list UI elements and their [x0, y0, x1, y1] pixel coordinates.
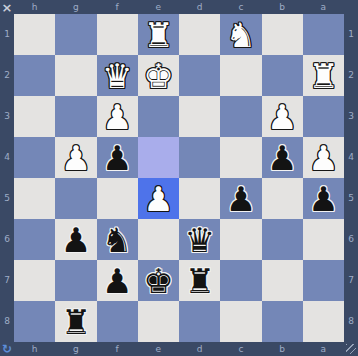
square-b5[interactable] — [262, 178, 303, 219]
square-f1[interactable] — [97, 14, 138, 55]
square-a2[interactable]: ♜ — [303, 55, 344, 96]
rank-label-2: 2 — [344, 55, 358, 96]
square-g8[interactable]: ♜ — [55, 301, 96, 342]
square-h6[interactable] — [14, 219, 55, 260]
square-h8[interactable] — [14, 301, 55, 342]
file-label-d: d — [179, 0, 220, 14]
square-e3[interactable] — [138, 96, 179, 137]
square-c1[interactable]: ♞ — [220, 14, 261, 55]
square-c7[interactable] — [220, 260, 261, 301]
square-e7[interactable]: ♚ — [138, 260, 179, 301]
square-c6[interactable] — [220, 219, 261, 260]
square-c8[interactable] — [220, 301, 261, 342]
rank-label-7: 7 — [0, 260, 14, 301]
square-g4[interactable]: ♟ — [55, 137, 96, 178]
black-queen[interactable]: ♛ — [184, 223, 214, 257]
resize-lines — [346, 344, 356, 354]
file-label-c: c — [220, 342, 261, 356]
white-queen[interactable]: ♛ — [102, 59, 132, 93]
flip-board-icon[interactable]: ↻ — [0, 342, 14, 356]
square-d3[interactable] — [179, 96, 220, 137]
square-g1[interactable] — [55, 14, 96, 55]
file-labels-top: hgfedcba — [14, 0, 344, 14]
square-g5[interactable] — [55, 178, 96, 219]
square-c4[interactable] — [220, 137, 261, 178]
square-g3[interactable] — [55, 96, 96, 137]
white-pawn[interactable]: ♟ — [102, 100, 132, 134]
square-d4[interactable] — [179, 137, 220, 178]
square-b7[interactable] — [262, 260, 303, 301]
square-c5[interactable]: ♟ — [220, 178, 261, 219]
file-label-f: f — [97, 0, 138, 14]
square-f6[interactable]: ♞ — [97, 219, 138, 260]
white-knight[interactable]: ♞ — [226, 18, 256, 52]
square-a4[interactable]: ♟ — [303, 137, 344, 178]
square-h2[interactable] — [14, 55, 55, 96]
white-pawn[interactable]: ♟ — [308, 141, 338, 175]
black-pawn[interactable]: ♟ — [61, 223, 91, 257]
file-labels-bottom: hgfedcba — [14, 342, 344, 356]
square-g2[interactable] — [55, 55, 96, 96]
rank-label-3: 3 — [0, 96, 14, 137]
file-label-h: h — [14, 0, 55, 14]
black-pawn[interactable]: ♟ — [267, 141, 297, 175]
black-knight[interactable]: ♞ — [102, 223, 132, 257]
rank-label-4: 4 — [0, 137, 14, 178]
square-h5[interactable] — [14, 178, 55, 219]
square-h1[interactable] — [14, 14, 55, 55]
black-pawn[interactable]: ♟ — [102, 141, 132, 175]
square-f2[interactable]: ♛ — [97, 55, 138, 96]
square-c2[interactable] — [220, 55, 261, 96]
square-a8[interactable] — [303, 301, 344, 342]
square-d8[interactable] — [179, 301, 220, 342]
square-d7[interactable]: ♜ — [179, 260, 220, 301]
white-pawn[interactable]: ♟ — [61, 141, 91, 175]
square-b6[interactable] — [262, 219, 303, 260]
rank-label-7: 7 — [344, 260, 358, 301]
black-rook[interactable]: ♜ — [61, 305, 91, 339]
rank-label-6: 6 — [0, 219, 14, 260]
white-rook[interactable]: ♜ — [143, 18, 173, 52]
rank-labels-left: 12345678 — [0, 14, 14, 342]
square-f7[interactable]: ♟ — [97, 260, 138, 301]
square-h3[interactable] — [14, 96, 55, 137]
file-label-h: h — [14, 342, 55, 356]
black-rook[interactable]: ♜ — [184, 264, 214, 298]
file-label-g: g — [55, 342, 96, 356]
file-label-g: g — [55, 0, 96, 14]
square-c3[interactable] — [220, 96, 261, 137]
resize-handle-icon[interactable] — [344, 342, 358, 356]
square-d2[interactable] — [179, 55, 220, 96]
file-label-a: a — [303, 342, 344, 356]
white-pawn[interactable]: ♟ — [267, 100, 297, 134]
black-king[interactable]: ♚ — [143, 264, 173, 298]
file-label-f: f — [97, 342, 138, 356]
white-king[interactable]: ♚ — [143, 59, 173, 93]
file-label-e: e — [138, 342, 179, 356]
square-b2[interactable] — [262, 55, 303, 96]
file-label-a: a — [303, 0, 344, 14]
rank-labels-right: 12345678 — [344, 14, 358, 342]
rank-label-8: 8 — [0, 301, 14, 342]
square-d1[interactable] — [179, 14, 220, 55]
square-f5[interactable] — [97, 178, 138, 219]
square-d5[interactable] — [179, 178, 220, 219]
square-h4[interactable] — [14, 137, 55, 178]
square-e2[interactable]: ♚ — [138, 55, 179, 96]
black-pawn[interactable]: ♟ — [226, 182, 256, 216]
square-b4[interactable]: ♟ — [262, 137, 303, 178]
rank-label-1: 1 — [0, 14, 14, 55]
square-f8[interactable] — [97, 301, 138, 342]
square-a1[interactable] — [303, 14, 344, 55]
file-label-b: b — [262, 342, 303, 356]
white-rook[interactable]: ♜ — [308, 59, 338, 93]
square-a3[interactable] — [303, 96, 344, 137]
square-b8[interactable] — [262, 301, 303, 342]
rank-label-5: 5 — [344, 178, 358, 219]
square-g6[interactable]: ♟ — [55, 219, 96, 260]
rank-label-2: 2 — [0, 55, 14, 96]
square-g7[interactable] — [55, 260, 96, 301]
file-label-c: c — [220, 0, 261, 14]
square-f3[interactable]: ♟ — [97, 96, 138, 137]
rank-label-4: 4 — [344, 137, 358, 178]
square-a6[interactable] — [303, 219, 344, 260]
chess-board: ♜♞♛♚♜♟♟♟♟♟♟♟♟♟♟♞♛♟♚♜♜ — [14, 14, 344, 342]
square-b3[interactable]: ♟ — [262, 96, 303, 137]
file-label-e: e — [138, 0, 179, 14]
square-e6[interactable] — [138, 219, 179, 260]
rank-label-6: 6 — [344, 219, 358, 260]
rank-label-1: 1 — [344, 14, 358, 55]
square-f4[interactable]: ♟ — [97, 137, 138, 178]
square-e4[interactable] — [138, 137, 179, 178]
file-label-d: d — [179, 342, 220, 356]
rank-label-3: 3 — [344, 96, 358, 137]
black-pawn[interactable]: ♟ — [308, 182, 338, 216]
file-label-b: b — [262, 0, 303, 14]
chess-board-widget: hgfedcba hgfedcba 12345678 12345678 ♜♞♛♚… — [0, 0, 358, 356]
close-icon[interactable]: × — [0, 0, 14, 14]
square-e8[interactable] — [138, 301, 179, 342]
square-d6[interactable]: ♛ — [179, 219, 220, 260]
square-h7[interactable] — [14, 260, 55, 301]
square-a5[interactable]: ♟ — [303, 178, 344, 219]
black-pawn[interactable]: ♟ — [102, 264, 132, 298]
white-pawn[interactable]: ♟ — [143, 182, 173, 216]
rank-label-8: 8 — [344, 301, 358, 342]
square-e1[interactable]: ♜ — [138, 14, 179, 55]
square-e5[interactable]: ♟ — [138, 178, 179, 219]
square-a7[interactable] — [303, 260, 344, 301]
square-b1[interactable] — [262, 14, 303, 55]
rank-label-5: 5 — [0, 178, 14, 219]
